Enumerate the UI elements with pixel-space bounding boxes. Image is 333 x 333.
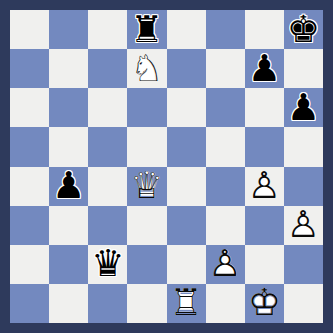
- square-g8[interactable]: [245, 10, 284, 49]
- square-b5[interactable]: [49, 127, 88, 166]
- square-f3[interactable]: [206, 206, 245, 245]
- square-c5[interactable]: [88, 127, 127, 166]
- piece-glyph-outline: ♘: [130, 49, 163, 86]
- square-e1[interactable]: ♜♖: [167, 284, 206, 323]
- square-g4[interactable]: ♟♙: [245, 167, 284, 206]
- square-d5[interactable]: [127, 127, 166, 166]
- chess-board: ♜♚♞♘♟♟♟♛♕♟♙♟♙♛♟♙♜♖♚♔: [10, 10, 323, 323]
- piece-white-knight[interactable]: ♞♘: [127, 49, 166, 88]
- square-b4[interactable]: ♟: [49, 167, 88, 206]
- square-g2[interactable]: [245, 245, 284, 284]
- square-f6[interactable]: [206, 88, 245, 127]
- square-a8[interactable]: [10, 10, 49, 49]
- piece-black-pawn[interactable]: ♟: [284, 88, 323, 127]
- square-c1[interactable]: [88, 284, 127, 323]
- square-d4[interactable]: ♛♕: [127, 167, 166, 206]
- piece-white-pawn[interactable]: ♟♙: [245, 167, 284, 206]
- square-a7[interactable]: [10, 49, 49, 88]
- square-d1[interactable]: [127, 284, 166, 323]
- square-h6[interactable]: ♟: [284, 88, 323, 127]
- square-a6[interactable]: [10, 88, 49, 127]
- square-g6[interactable]: [245, 88, 284, 127]
- square-h7[interactable]: [284, 49, 323, 88]
- piece-white-king[interactable]: ♚♔: [245, 284, 284, 323]
- piece-white-rook[interactable]: ♜♖: [167, 284, 206, 323]
- square-d8[interactable]: ♜: [127, 10, 166, 49]
- square-b6[interactable]: [49, 88, 88, 127]
- square-b8[interactable]: [49, 10, 88, 49]
- square-b3[interactable]: [49, 206, 88, 245]
- square-a4[interactable]: [10, 167, 49, 206]
- square-c7[interactable]: [88, 49, 127, 88]
- square-e3[interactable]: [167, 206, 206, 245]
- piece-glyph-fill: ♜: [130, 10, 163, 47]
- piece-glyph-fill: ♟: [52, 167, 85, 204]
- square-e6[interactable]: [167, 88, 206, 127]
- piece-black-queen[interactable]: ♛: [88, 245, 127, 284]
- square-d3[interactable]: [127, 206, 166, 245]
- square-e4[interactable]: [167, 167, 206, 206]
- piece-white-pawn[interactable]: ♟♙: [284, 206, 323, 245]
- square-e2[interactable]: [167, 245, 206, 284]
- square-h1[interactable]: [284, 284, 323, 323]
- square-a1[interactable]: [10, 284, 49, 323]
- square-c8[interactable]: [88, 10, 127, 49]
- square-e8[interactable]: [167, 10, 206, 49]
- square-f5[interactable]: [206, 127, 245, 166]
- square-a3[interactable]: [10, 206, 49, 245]
- piece-white-pawn[interactable]: ♟♙: [206, 245, 245, 284]
- square-f8[interactable]: [206, 10, 245, 49]
- square-h5[interactable]: [284, 127, 323, 166]
- square-e7[interactable]: [167, 49, 206, 88]
- piece-glyph-outline: ♙: [248, 167, 281, 204]
- piece-glyph-outline: ♕: [130, 167, 163, 204]
- piece-glyph-outline: ♔: [248, 284, 281, 321]
- piece-glyph-outline: ♙: [287, 206, 320, 243]
- square-b1[interactable]: [49, 284, 88, 323]
- piece-black-pawn[interactable]: ♟: [245, 49, 284, 88]
- square-g3[interactable]: [245, 206, 284, 245]
- square-g1[interactable]: ♚♔: [245, 284, 284, 323]
- square-h2[interactable]: [284, 245, 323, 284]
- square-b7[interactable]: [49, 49, 88, 88]
- square-c2[interactable]: ♛: [88, 245, 127, 284]
- square-d6[interactable]: [127, 88, 166, 127]
- square-d7[interactable]: ♞♘: [127, 49, 166, 88]
- piece-glyph-outline: ♙: [209, 245, 242, 282]
- square-d2[interactable]: [127, 245, 166, 284]
- piece-black-rook[interactable]: ♜: [127, 10, 166, 49]
- square-h3[interactable]: ♟♙: [284, 206, 323, 245]
- square-h4[interactable]: [284, 167, 323, 206]
- square-g7[interactable]: ♟: [245, 49, 284, 88]
- square-c6[interactable]: [88, 88, 127, 127]
- square-f2[interactable]: ♟♙: [206, 245, 245, 284]
- piece-black-king[interactable]: ♚: [284, 10, 323, 49]
- square-a2[interactable]: [10, 245, 49, 284]
- square-f7[interactable]: [206, 49, 245, 88]
- piece-black-pawn[interactable]: ♟: [49, 167, 88, 206]
- square-c4[interactable]: [88, 167, 127, 206]
- piece-glyph-fill: ♛: [91, 245, 124, 282]
- piece-glyph-fill: ♟: [287, 89, 320, 126]
- square-a5[interactable]: [10, 127, 49, 166]
- square-f1[interactable]: [206, 284, 245, 323]
- square-g5[interactable]: [245, 127, 284, 166]
- square-e5[interactable]: [167, 127, 206, 166]
- piece-glyph-fill: ♚: [287, 10, 320, 47]
- square-h8[interactable]: ♚: [284, 10, 323, 49]
- piece-white-queen[interactable]: ♛♕: [127, 167, 166, 206]
- square-b2[interactable]: [49, 245, 88, 284]
- square-f4[interactable]: [206, 167, 245, 206]
- piece-glyph-outline: ♖: [169, 284, 202, 321]
- square-c3[interactable]: [88, 206, 127, 245]
- piece-glyph-fill: ♟: [248, 49, 281, 86]
- board-frame: ♜♚♞♘♟♟♟♛♕♟♙♟♙♛♟♙♜♖♚♔: [0, 0, 333, 333]
